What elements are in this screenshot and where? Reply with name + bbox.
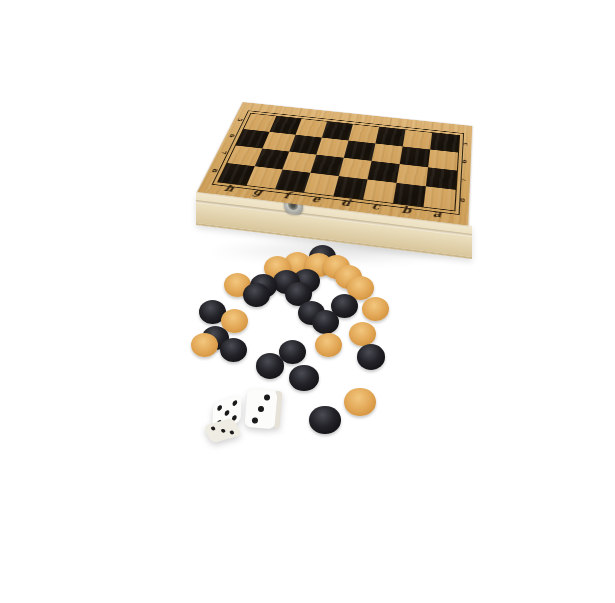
product-photo-scene: hgfedcba56785678 bbox=[0, 0, 615, 603]
dice-layer bbox=[0, 0, 615, 603]
die-pip bbox=[217, 404, 222, 411]
die-right-front-face bbox=[244, 389, 277, 429]
die-pip bbox=[210, 426, 216, 431]
die-pip bbox=[264, 394, 271, 401]
die-pip bbox=[233, 399, 238, 406]
die-pip bbox=[225, 410, 230, 417]
die-pip bbox=[220, 428, 226, 433]
die-pip bbox=[251, 417, 258, 424]
die-pip bbox=[258, 406, 265, 413]
die-right bbox=[246, 390, 288, 438]
die-pip bbox=[229, 430, 235, 435]
